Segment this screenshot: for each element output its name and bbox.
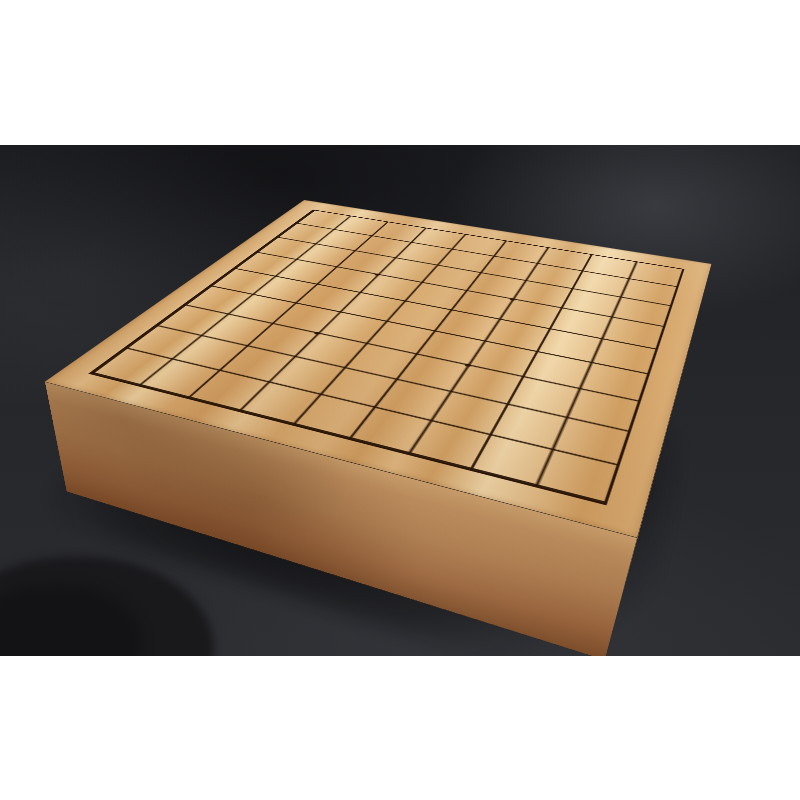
star-point (509, 298, 515, 301)
photo-area (0, 145, 800, 656)
star-point (464, 363, 471, 367)
board-scene (0, 145, 800, 656)
star-point (314, 332, 321, 335)
shogi-board (67, 286, 687, 656)
star-point (374, 273, 380, 276)
